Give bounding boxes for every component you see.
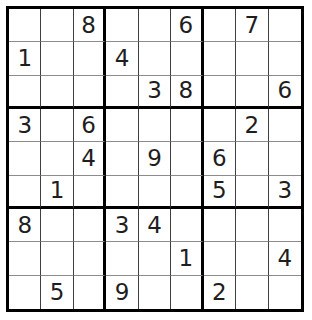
sudoku-cell-r7c3[interactable] [74, 209, 106, 242]
sudoku-cell-r6c1[interactable] [9, 176, 41, 209]
sudoku-cell-r6c3[interactable] [74, 176, 106, 209]
sudoku-cell-r8c1[interactable] [9, 242, 41, 275]
sudoku-cell-r4c6[interactable] [171, 109, 203, 142]
sudoku-cell-r3c9[interactable]: 6 [269, 76, 301, 109]
sudoku-cell-r3c2[interactable] [41, 76, 73, 109]
sudoku-cell-r5c4[interactable] [106, 142, 138, 175]
sudoku-cell-r3c3[interactable] [74, 76, 106, 109]
sudoku-cell-r2c5[interactable] [139, 42, 171, 75]
sudoku-board: 8671438636249615383414592 [6, 6, 304, 312]
sudoku-cell-r2c3[interactable] [74, 42, 106, 75]
sudoku-cell-r6c2[interactable]: 1 [41, 176, 73, 209]
sudoku-cell-r1c7[interactable] [204, 9, 236, 42]
sudoku-cell-r8c3[interactable] [74, 242, 106, 275]
sudoku-cell-r8c4[interactable] [106, 242, 138, 275]
sudoku-cell-r1c2[interactable] [41, 9, 73, 42]
sudoku-cell-r7c2[interactable] [41, 209, 73, 242]
sudoku-cell-r8c2[interactable] [41, 242, 73, 275]
sudoku-cell-r4c4[interactable] [106, 109, 138, 142]
sudoku-cell-r8c6[interactable]: 1 [171, 242, 203, 275]
sudoku-cell-r4c7[interactable] [204, 109, 236, 142]
sudoku-cell-r8c5[interactable] [139, 242, 171, 275]
sudoku-cell-r7c1[interactable]: 8 [9, 209, 41, 242]
sudoku-cell-r6c4[interactable] [106, 176, 138, 209]
sudoku-cell-r5c7[interactable]: 6 [204, 142, 236, 175]
sudoku-cell-r3c7[interactable] [204, 76, 236, 109]
sudoku-cell-r8c8[interactable] [236, 242, 268, 275]
sudoku-cell-r9c2[interactable]: 5 [41, 276, 73, 309]
sudoku-cell-r7c9[interactable] [269, 209, 301, 242]
sudoku-cell-r7c7[interactable] [204, 209, 236, 242]
sudoku-cell-r5c5[interactable]: 9 [139, 142, 171, 175]
sudoku-cell-r4c5[interactable] [139, 109, 171, 142]
sudoku-cell-r2c2[interactable] [41, 42, 73, 75]
sudoku-cell-r3c8[interactable] [236, 76, 268, 109]
sudoku-cell-r2c8[interactable] [236, 42, 268, 75]
sudoku-cell-r8c9[interactable]: 4 [269, 242, 301, 275]
sudoku-cell-r6c8[interactable] [236, 176, 268, 209]
sudoku-cell-r8c7[interactable] [204, 242, 236, 275]
sudoku-cell-r1c4[interactable] [106, 9, 138, 42]
sudoku-cell-r9c8[interactable] [236, 276, 268, 309]
sudoku-cell-r4c3[interactable]: 6 [74, 109, 106, 142]
sudoku-cell-r5c9[interactable] [269, 142, 301, 175]
sudoku-cell-r6c5[interactable] [139, 176, 171, 209]
sudoku-cell-r5c1[interactable] [9, 142, 41, 175]
sudoku-cell-r3c5[interactable]: 3 [139, 76, 171, 109]
sudoku-cell-r3c1[interactable] [9, 76, 41, 109]
sudoku-cell-r7c8[interactable] [236, 209, 268, 242]
sudoku-cell-r1c9[interactable] [269, 9, 301, 42]
sudoku-cell-r6c9[interactable]: 3 [269, 176, 301, 209]
sudoku-cell-r7c4[interactable]: 3 [106, 209, 138, 242]
sudoku-cell-r9c9[interactable] [269, 276, 301, 309]
sudoku-page: 8671438636249615383414592 [0, 0, 312, 320]
sudoku-cell-r2c7[interactable] [204, 42, 236, 75]
sudoku-cell-r9c7[interactable]: 2 [204, 276, 236, 309]
sudoku-cell-r7c5[interactable]: 4 [139, 209, 171, 242]
sudoku-cell-r5c6[interactable] [171, 142, 203, 175]
sudoku-cell-r1c5[interactable] [139, 9, 171, 42]
sudoku-cell-r4c8[interactable]: 2 [236, 109, 268, 142]
sudoku-cell-r7c6[interactable] [171, 209, 203, 242]
sudoku-cell-r4c9[interactable] [269, 109, 301, 142]
sudoku-cell-r2c6[interactable] [171, 42, 203, 75]
sudoku-cell-r2c4[interactable]: 4 [106, 42, 138, 75]
sudoku-cell-r6c7[interactable]: 5 [204, 176, 236, 209]
sudoku-cell-r2c9[interactable] [269, 42, 301, 75]
sudoku-cell-r5c3[interactable]: 4 [74, 142, 106, 175]
sudoku-cell-r9c4[interactable]: 9 [106, 276, 138, 309]
sudoku-cell-r5c2[interactable] [41, 142, 73, 175]
sudoku-cell-r2c1[interactable]: 1 [9, 42, 41, 75]
sudoku-cell-r9c6[interactable] [171, 276, 203, 309]
sudoku-cell-r4c1[interactable]: 3 [9, 109, 41, 142]
sudoku-cell-r9c3[interactable] [74, 276, 106, 309]
sudoku-cell-r1c8[interactable]: 7 [236, 9, 268, 42]
sudoku-cell-r1c6[interactable]: 6 [171, 9, 203, 42]
sudoku-cell-r1c3[interactable]: 8 [74, 9, 106, 42]
sudoku-cell-r3c4[interactable] [106, 76, 138, 109]
sudoku-cell-r9c5[interactable] [139, 276, 171, 309]
sudoku-cell-r5c8[interactable] [236, 142, 268, 175]
sudoku-cell-r1c1[interactable] [9, 9, 41, 42]
sudoku-cell-r4c2[interactable] [41, 109, 73, 142]
sudoku-cell-r3c6[interactable]: 8 [171, 76, 203, 109]
sudoku-cell-r9c1[interactable] [9, 276, 41, 309]
sudoku-cell-r6c6[interactable] [171, 176, 203, 209]
